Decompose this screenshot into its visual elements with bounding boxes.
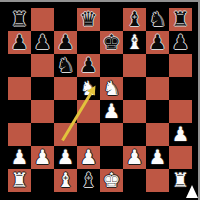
square-f8[interactable]: ♝ — [123, 8, 146, 31]
square-b2[interactable]: ♟ — [31, 146, 54, 169]
square-a2[interactable]: ♟ — [8, 146, 31, 169]
piece-white-bishop[interactable]: ♝ — [126, 31, 144, 54]
piece-black-queen[interactable]: ♛ — [80, 8, 98, 31]
square-f6[interactable] — [123, 54, 146, 77]
piece-white-king[interactable]: ♚ — [103, 169, 121, 192]
piece-black-pawn[interactable]: ♟ — [149, 31, 167, 54]
square-d8[interactable]: ♛ — [77, 8, 100, 31]
square-h4[interactable] — [169, 100, 192, 123]
piece-white-knight[interactable]: ♞ — [80, 77, 98, 100]
piece-white-pawn[interactable]: ♟ — [11, 146, 29, 169]
square-b6[interactable] — [31, 54, 54, 77]
square-h8[interactable]: ♜ — [169, 8, 192, 31]
square-a5[interactable] — [8, 77, 31, 100]
piece-black-pawn[interactable]: ♟ — [172, 31, 190, 54]
piece-black-rook[interactable]: ♜ — [172, 8, 190, 31]
square-f2[interactable]: ♟ — [123, 146, 146, 169]
square-e4[interactable]: ♟ — [100, 100, 123, 123]
piece-black-bishop[interactable]: ♝ — [80, 169, 98, 192]
piece-black-pawn[interactable]: ♟ — [11, 31, 29, 54]
piece-white-rook[interactable]: ♜ — [11, 169, 29, 192]
square-c6[interactable]: ♞ — [54, 54, 77, 77]
piece-black-pawn[interactable]: ♟ — [80, 54, 98, 77]
square-d2[interactable]: ♟ — [77, 146, 100, 169]
square-h2[interactable] — [169, 146, 192, 169]
piece-white-pawn[interactable]: ♟ — [172, 123, 190, 146]
square-d1[interactable]: ♝ — [77, 169, 100, 192]
square-f7[interactable]: ♝ — [123, 31, 146, 54]
piece-white-pawn[interactable]: ♟ — [57, 146, 75, 169]
square-d4[interactable] — [77, 100, 100, 123]
square-h7[interactable]: ♟ — [169, 31, 192, 54]
square-b1[interactable] — [31, 169, 54, 192]
square-d7[interactable] — [77, 31, 100, 54]
square-f3[interactable] — [123, 123, 146, 146]
piece-black-bishop[interactable]: ♝ — [126, 8, 144, 31]
square-d5[interactable]: ♞ — [77, 77, 100, 100]
square-b8[interactable] — [31, 8, 54, 31]
piece-black-knight[interactable]: ♞ — [57, 54, 75, 77]
square-e8[interactable] — [100, 8, 123, 31]
turn-indicator-triangle — [186, 185, 198, 198]
chess-board: ♜♛♝♞♜♟♟♟♚♝♟♟♞♟♞♞♟♟♟♟♟♟♟♟♜♝♝♚♜ — [8, 8, 192, 192]
piece-black-knight[interactable]: ♞ — [149, 8, 167, 31]
piece-white-pawn[interactable]: ♟ — [80, 146, 98, 169]
square-c7[interactable]: ♟ — [54, 31, 77, 54]
square-b4[interactable] — [31, 100, 54, 123]
square-a8[interactable]: ♜ — [8, 8, 31, 31]
square-d6[interactable]: ♟ — [77, 54, 100, 77]
window-frame-edge-top — [0, 0, 200, 2]
square-b5[interactable] — [31, 77, 54, 100]
square-g4[interactable] — [146, 100, 169, 123]
square-g5[interactable] — [146, 77, 169, 100]
square-g1[interactable] — [146, 169, 169, 192]
square-f5[interactable] — [123, 77, 146, 100]
square-e6[interactable] — [100, 54, 123, 77]
square-f1[interactable] — [123, 169, 146, 192]
square-a1[interactable]: ♜ — [8, 169, 31, 192]
square-h3[interactable]: ♟ — [169, 123, 192, 146]
square-e1[interactable]: ♚ — [100, 169, 123, 192]
square-g6[interactable] — [146, 54, 169, 77]
square-f4[interactable] — [123, 100, 146, 123]
square-e7[interactable]: ♚ — [100, 31, 123, 54]
square-b7[interactable]: ♟ — [31, 31, 54, 54]
square-g2[interactable]: ♟ — [146, 146, 169, 169]
square-e3[interactable] — [100, 123, 123, 146]
square-h6[interactable] — [169, 54, 192, 77]
piece-black-rook[interactable]: ♜ — [11, 8, 29, 31]
square-g7[interactable]: ♟ — [146, 31, 169, 54]
piece-white-pawn[interactable]: ♟ — [149, 146, 167, 169]
square-c4[interactable] — [54, 100, 77, 123]
piece-black-king[interactable]: ♚ — [103, 31, 121, 54]
square-c2[interactable]: ♟ — [54, 146, 77, 169]
square-e2[interactable] — [100, 146, 123, 169]
square-a4[interactable] — [8, 100, 31, 123]
square-c3[interactable] — [54, 123, 77, 146]
square-c1[interactable]: ♝ — [54, 169, 77, 192]
square-a6[interactable] — [8, 54, 31, 77]
square-d3[interactable] — [77, 123, 100, 146]
square-b3[interactable] — [31, 123, 54, 146]
square-a3[interactable] — [8, 123, 31, 146]
piece-black-pawn[interactable]: ♟ — [34, 31, 52, 54]
window-frame-edge-right — [198, 0, 200, 200]
square-a7[interactable]: ♟ — [8, 31, 31, 54]
piece-white-knight[interactable]: ♞ — [103, 77, 121, 100]
square-g8[interactable]: ♞ — [146, 8, 169, 31]
piece-white-pawn[interactable]: ♟ — [103, 100, 121, 123]
piece-white-bishop[interactable]: ♝ — [57, 169, 75, 192]
square-c8[interactable] — [54, 8, 77, 31]
square-g3[interactable] — [146, 123, 169, 146]
piece-white-pawn[interactable]: ♟ — [126, 146, 144, 169]
square-e5[interactable]: ♞ — [100, 77, 123, 100]
piece-black-pawn[interactable]: ♟ — [57, 31, 75, 54]
piece-white-pawn[interactable]: ♟ — [34, 146, 52, 169]
square-c5[interactable] — [54, 77, 77, 100]
square-h5[interactable] — [169, 77, 192, 100]
